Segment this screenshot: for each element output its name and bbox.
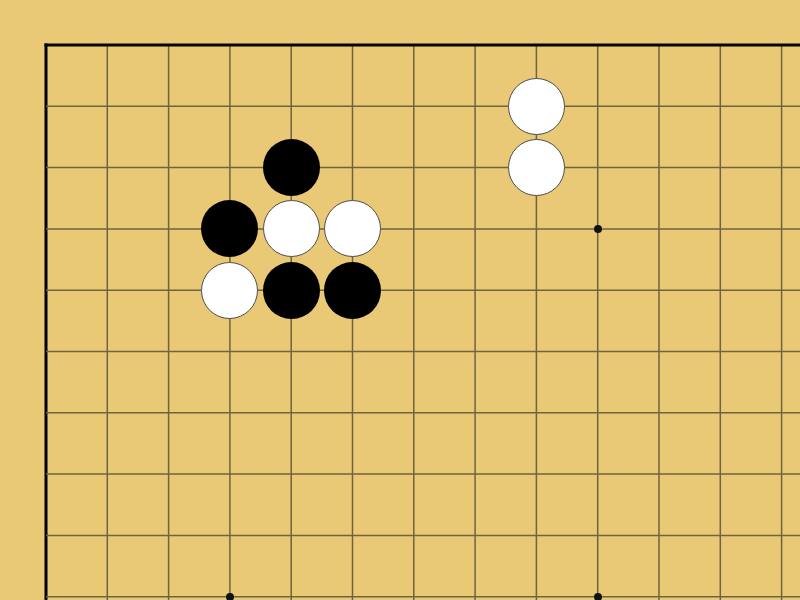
star-point-K10: [594, 593, 602, 600]
stone-white-F16: [324, 200, 381, 257]
stone-white-D15: [201, 262, 258, 319]
board-intersections: [15, 14, 800, 600]
stone-black-E17: [263, 139, 320, 196]
stone-black-F15: [324, 262, 381, 319]
go-board[interactable]: [0, 0, 800, 600]
stone-white-J17: [508, 139, 565, 196]
star-point-D10: [226, 593, 234, 600]
stone-white-J18: [508, 78, 565, 135]
stone-white-E16: [263, 200, 320, 257]
star-point-K16: [594, 225, 602, 233]
stone-black-D16: [201, 200, 258, 257]
stone-black-E15: [263, 262, 320, 319]
